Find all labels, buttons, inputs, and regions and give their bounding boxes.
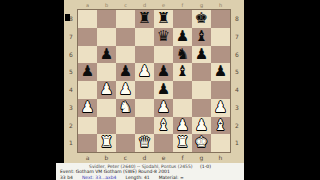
square-c8[interactable] <box>116 10 135 28</box>
square-d4[interactable] <box>135 81 154 99</box>
rank-label: 6 <box>230 46 244 64</box>
rank-label: 5 <box>64 63 78 81</box>
square-a5[interactable]: ♟ <box>78 63 97 81</box>
square-f6[interactable]: ♞ <box>173 46 192 64</box>
square-g3[interactable] <box>192 99 211 117</box>
square-c2[interactable] <box>116 117 135 135</box>
black-player-name: Sjodahl, Pontus (2455) <box>142 164 193 169</box>
game-result: (1-0) <box>200 164 211 169</box>
black-pawn[interactable]: ♟ <box>154 63 173 81</box>
square-e2[interactable]: ♝ <box>154 117 173 135</box>
black-king[interactable]: ♚ <box>192 10 211 28</box>
square-g2[interactable]: ♟ <box>192 117 211 135</box>
file-label: c <box>116 1 135 10</box>
white-pawn[interactable]: ♟ <box>192 117 211 135</box>
black-rook[interactable]: ♜ <box>135 10 154 28</box>
vs-separator: -- <box>137 164 140 169</box>
file-label: f <box>173 1 192 10</box>
file-label: c <box>116 154 135 163</box>
move-played: 33 b4 <box>60 175 73 180</box>
rank-label: 8 <box>230 10 244 28</box>
square-a8[interactable] <box>78 10 97 28</box>
black-queen[interactable]: ♛ <box>154 28 173 46</box>
square-f7[interactable]: ♟ <box>173 28 192 46</box>
square-c3[interactable]: ♞ <box>116 99 135 117</box>
white-bishop[interactable]: ♝ <box>211 117 230 135</box>
rank-label: 7 <box>230 28 244 46</box>
square-d5[interactable]: ♟ <box>135 63 154 81</box>
game-length: Length: 41 <box>125 175 149 180</box>
square-b3[interactable] <box>97 99 116 117</box>
square-b6[interactable]: ♟ <box>97 46 116 64</box>
rank-label: 4 <box>64 81 78 99</box>
white-pawn[interactable]: ♟ <box>78 99 97 117</box>
square-c5[interactable]: ♟ <box>116 63 135 81</box>
file-label: a <box>78 154 97 163</box>
game-info-panel: Svidler, Peter (2640) -- Sjodahl, Pontus… <box>56 163 244 180</box>
square-h2[interactable]: ♝ <box>211 117 230 135</box>
square-b8[interactable] <box>97 10 116 28</box>
square-e8[interactable]: ♜ <box>154 10 173 28</box>
square-f3[interactable] <box>173 99 192 117</box>
file-label: h <box>211 154 230 163</box>
black-pawn[interactable]: ♟ <box>192 46 211 64</box>
rank-label: 4 <box>230 81 244 99</box>
square-h1[interactable] <box>211 134 230 152</box>
square-d7[interactable] <box>135 28 154 46</box>
white-player-name: Svidler, Peter (2640) <box>89 164 135 169</box>
black-pawn[interactable]: ♟ <box>116 63 135 81</box>
rank-label: 3 <box>230 99 244 117</box>
square-h8[interactable] <box>211 10 230 28</box>
square-a2[interactable] <box>78 117 97 135</box>
file-label: h <box>211 1 230 10</box>
rank-label: 5 <box>230 63 244 81</box>
black-pawn[interactable]: ♟ <box>173 28 192 46</box>
white-pawn[interactable]: ♟ <box>116 81 135 99</box>
square-a1[interactable] <box>78 134 97 152</box>
rank-label: 2 <box>230 117 244 135</box>
file-label: e <box>154 154 173 163</box>
status-line: 33 b4 Next: 33...axb4 Length: 41 Materia… <box>56 175 244 180</box>
square-c7[interactable] <box>116 28 135 46</box>
file-label: a <box>78 1 97 10</box>
square-e4[interactable]: ♟ <box>154 81 173 99</box>
material-balance: Material: = <box>159 175 184 180</box>
square-g8[interactable]: ♚ <box>192 10 211 28</box>
black-pawn[interactable]: ♟ <box>97 46 116 64</box>
black-pawn[interactable]: ♟ <box>154 81 173 99</box>
square-c6[interactable] <box>116 46 135 64</box>
white-bishop[interactable]: ♝ <box>154 117 173 135</box>
file-labels-bottom: abcdefgh <box>78 154 230 163</box>
square-d2[interactable] <box>135 117 154 135</box>
black-bishop[interactable]: ♝ <box>192 28 211 46</box>
square-b1[interactable]: ♜ <box>97 134 116 152</box>
square-e5[interactable]: ♟ <box>154 63 173 81</box>
square-g7[interactable]: ♝ <box>192 28 211 46</box>
square-g4[interactable] <box>192 81 211 99</box>
black-bishop[interactable]: ♝ <box>173 63 192 81</box>
square-h4[interactable] <box>211 81 230 99</box>
square-f8[interactable] <box>173 10 192 28</box>
black-pawn[interactable]: ♟ <box>78 63 97 81</box>
square-f4[interactable] <box>173 81 192 99</box>
file-label: g <box>192 154 211 163</box>
white-pawn[interactable]: ♟ <box>173 117 192 135</box>
white-king[interactable]: ♚ <box>192 134 211 152</box>
square-b2[interactable] <box>97 117 116 135</box>
square-c4[interactable]: ♟ <box>116 81 135 99</box>
square-d3[interactable] <box>135 99 154 117</box>
white-pawn[interactable]: ♟ <box>211 99 230 117</box>
rank-label: 2 <box>64 117 78 135</box>
square-b7[interactable] <box>97 28 116 46</box>
white-rook[interactable]: ♜ <box>97 134 116 152</box>
rank-label: 7 <box>64 28 78 46</box>
white-pawn[interactable]: ♟ <box>154 99 173 117</box>
square-e3[interactable]: ♟ <box>154 99 173 117</box>
white-knight[interactable]: ♞ <box>116 99 135 117</box>
square-h5[interactable]: ♟ <box>211 63 230 81</box>
white-pawn[interactable]: ♟ <box>135 63 154 81</box>
square-e7[interactable]: ♛ <box>154 28 173 46</box>
square-h6[interactable] <box>211 46 230 64</box>
file-label: b <box>97 1 116 10</box>
black-rook[interactable]: ♜ <box>154 10 173 28</box>
rank-label: 1 <box>230 134 244 152</box>
square-b4[interactable]: ♟ <box>97 81 116 99</box>
black-pawn[interactable]: ♟ <box>211 63 230 81</box>
square-f2[interactable]: ♟ <box>173 117 192 135</box>
rank-label: 1 <box>64 134 78 152</box>
rank-label: 3 <box>64 99 78 117</box>
square-d1[interactable]: ♛ <box>135 134 154 152</box>
square-a7[interactable] <box>78 28 97 46</box>
rank-labels-left: 87654321 <box>64 10 78 152</box>
side-to-move-indicator <box>65 14 70 21</box>
file-label: b <box>97 154 116 163</box>
square-f1[interactable]: ♜ <box>173 134 192 152</box>
square-e6[interactable] <box>154 46 173 64</box>
square-a4[interactable] <box>78 81 97 99</box>
square-g5[interactable] <box>192 63 211 81</box>
square-b5[interactable] <box>97 63 116 81</box>
square-d8[interactable]: ♜ <box>135 10 154 28</box>
file-label: f <box>173 154 192 163</box>
white-queen[interactable]: ♛ <box>135 134 154 152</box>
black-knight[interactable]: ♞ <box>173 46 192 64</box>
rank-label: 6 <box>64 46 78 64</box>
square-f5[interactable]: ♝ <box>173 63 192 81</box>
rank-labels-right: 87654321 <box>230 10 244 152</box>
white-pawn[interactable]: ♟ <box>97 81 116 99</box>
square-h3[interactable]: ♟ <box>211 99 230 117</box>
chess-board[interactable]: ♜♜♚♛♟♝♟♞♟♟♟♟♟♝♟♟♟♟♟♞♟♟♝♟♟♝♜♛♜♚ <box>78 10 230 152</box>
square-g6[interactable]: ♟ <box>192 46 211 64</box>
square-e1[interactable] <box>154 134 173 152</box>
square-h7[interactable] <box>211 28 230 46</box>
square-g1[interactable]: ♚ <box>192 134 211 152</box>
next-move[interactable]: Next: 33...axb4 <box>82 175 117 180</box>
square-c1[interactable] <box>116 134 135 152</box>
file-label: d <box>135 154 154 163</box>
white-rook[interactable]: ♜ <box>173 134 192 152</box>
square-a6[interactable] <box>78 46 97 64</box>
square-d6[interactable] <box>135 46 154 64</box>
square-a3[interactable]: ♟ <box>78 99 97 117</box>
